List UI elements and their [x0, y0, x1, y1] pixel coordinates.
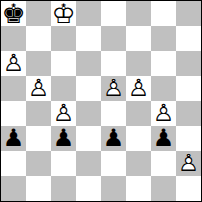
square-h2: ♟♙: [176, 151, 201, 176]
black-pawn-icon: ♟: [151, 126, 176, 151]
square-c6: [51, 51, 76, 76]
square-d7: [76, 26, 101, 51]
square-h1: [176, 176, 201, 201]
square-e1: [101, 176, 126, 201]
square-a1: [1, 176, 26, 201]
white-pawn-fill: ♟: [176, 151, 201, 176]
square-b4: [26, 101, 51, 126]
square-f6: [126, 51, 151, 76]
square-d5: [76, 76, 101, 101]
square-d3: [76, 126, 101, 151]
square-a3: ♟: [1, 126, 26, 151]
square-e8: [101, 1, 126, 26]
white-pawn-fill: ♟: [51, 101, 76, 126]
square-e3: ♟: [101, 126, 126, 151]
square-a4: [1, 101, 26, 126]
square-g1: [151, 176, 176, 201]
square-f1: [126, 176, 151, 201]
square-d6: [76, 51, 101, 76]
square-f3: [126, 126, 151, 151]
white-pawn-icon: ♙: [1, 51, 26, 76]
black-pawn-icon: ♟: [1, 126, 26, 151]
white-pawn-icon: ♙: [126, 76, 151, 101]
square-b7: [26, 26, 51, 51]
square-e5: ♟♙: [101, 76, 126, 101]
square-c1: [51, 176, 76, 201]
square-b3: [26, 126, 51, 151]
square-b6: [26, 51, 51, 76]
square-c7: [51, 26, 76, 51]
square-g8: [151, 1, 176, 26]
square-c5: [51, 76, 76, 101]
white-pawn-fill: ♟: [26, 76, 51, 101]
square-h4: [176, 101, 201, 126]
square-a5: [1, 76, 26, 101]
white-king-icon: ♔: [51, 1, 76, 26]
white-pawn-icon: ♙: [151, 101, 176, 126]
black-king-icon: ♚: [1, 1, 26, 26]
white-pawn-fill: ♟: [101, 76, 126, 101]
square-d1: [76, 176, 101, 201]
square-c3: ♟: [51, 126, 76, 151]
white-pawn-fill: ♟: [126, 76, 151, 101]
square-f5: ♟♙: [126, 76, 151, 101]
square-e4: [101, 101, 126, 126]
square-g5: [151, 76, 176, 101]
square-c2: [51, 151, 76, 176]
white-king-fill: ♚: [51, 1, 76, 26]
white-pawn-icon: ♙: [176, 151, 201, 176]
square-d2: [76, 151, 101, 176]
square-g3: ♟: [151, 126, 176, 151]
chess-board: ♚♚♔♟♙♟♙♟♙♟♙♟♙♟♙♟♟♟♟♟♙: [0, 0, 202, 202]
square-b2: [26, 151, 51, 176]
square-g7: [151, 26, 176, 51]
white-pawn-icon: ♙: [51, 101, 76, 126]
white-pawn-fill: ♟: [1, 51, 26, 76]
square-h6: [176, 51, 201, 76]
square-e2: [101, 151, 126, 176]
black-pawn-icon: ♟: [51, 126, 76, 151]
square-b8: [26, 1, 51, 26]
square-b5: ♟♙: [26, 76, 51, 101]
square-e6: [101, 51, 126, 76]
square-a7: [1, 26, 26, 51]
square-f8: [126, 1, 151, 26]
white-pawn-fill: ♟: [151, 101, 176, 126]
square-c4: ♟♙: [51, 101, 76, 126]
square-g2: [151, 151, 176, 176]
square-e7: [101, 26, 126, 51]
square-h8: [176, 1, 201, 26]
square-g4: ♟♙: [151, 101, 176, 126]
square-a8: ♚: [1, 1, 26, 26]
square-d8: [76, 1, 101, 26]
square-h5: [176, 76, 201, 101]
square-f7: [126, 26, 151, 51]
square-f2: [126, 151, 151, 176]
square-h3: [176, 126, 201, 151]
black-pawn-icon: ♟: [101, 126, 126, 151]
square-g6: [151, 51, 176, 76]
square-f4: [126, 101, 151, 126]
square-a2: [1, 151, 26, 176]
square-d4: [76, 101, 101, 126]
white-pawn-icon: ♙: [101, 76, 126, 101]
white-pawn-icon: ♙: [26, 76, 51, 101]
square-b1: [26, 176, 51, 201]
square-c8: ♚♔: [51, 1, 76, 26]
square-h7: [176, 26, 201, 51]
chess-diagram: ♚♚♔♟♙♟♙♟♙♟♙♟♙♟♙♟♟♟♟♟♙: [0, 0, 202, 202]
square-a6: ♟♙: [1, 51, 26, 76]
